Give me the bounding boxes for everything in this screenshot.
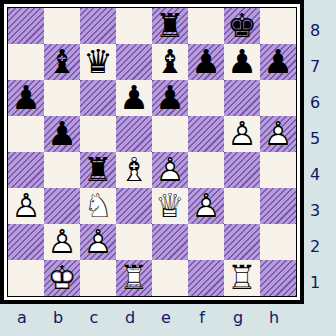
square-d6[interactable]: ♟︎ [116, 80, 152, 116]
white-queen: ♛♕ [152, 188, 188, 224]
square-c1[interactable] [80, 260, 116, 296]
rank-label-8: 8 [302, 12, 328, 48]
black-rook: ♜ [152, 8, 188, 44]
black-king: ♚ [224, 8, 260, 44]
square-g8[interactable]: ♚ [224, 8, 260, 44]
square-b2[interactable]: ♟︎♙ [44, 224, 80, 260]
square-b6[interactable] [44, 80, 80, 116]
rank-label-2: 2 [302, 228, 328, 264]
square-a4[interactable] [8, 152, 44, 188]
square-f4[interactable] [188, 152, 224, 188]
square-e3[interactable]: ♛♕ [152, 188, 188, 224]
rank-coordinates: 87654321 [302, 12, 328, 300]
square-a6[interactable]: ♟︎ [8, 80, 44, 116]
rank-label-5: 5 [302, 120, 328, 156]
square-h4[interactable] [260, 152, 296, 188]
square-e5[interactable] [152, 116, 188, 152]
file-label-a: a [4, 303, 40, 331]
square-h1[interactable] [260, 260, 296, 296]
square-h6[interactable] [260, 80, 296, 116]
square-d7[interactable] [116, 44, 152, 80]
chess-diagram: ♜♚♝♛♝♟︎♟︎♟︎♟︎♟︎♟︎♟︎♟︎♙♟︎♙♜♝♗♟︎♙♟︎♙♞♘♛♕♟︎… [0, 0, 336, 336]
rank-label-6: 6 [302, 84, 328, 120]
square-e1[interactable] [152, 260, 188, 296]
square-a2[interactable] [8, 224, 44, 260]
square-c4[interactable]: ♜ [80, 152, 116, 188]
white-king: ♚♔ [44, 260, 80, 296]
square-c5[interactable] [80, 116, 116, 152]
rank-label-1: 1 [302, 264, 328, 300]
square-b1[interactable]: ♚♔ [44, 260, 80, 296]
black-pawn: ♟︎ [224, 44, 260, 80]
black-pawn: ♟︎ [8, 80, 44, 116]
square-d8[interactable] [116, 8, 152, 44]
white-pawn: ♟︎♙ [44, 224, 80, 260]
square-a3[interactable]: ♟︎♙ [8, 188, 44, 224]
square-b3[interactable] [44, 188, 80, 224]
square-g3[interactable] [224, 188, 260, 224]
rank-label-7: 7 [302, 48, 328, 84]
square-a7[interactable] [8, 44, 44, 80]
black-pawn: ♟︎ [188, 44, 224, 80]
square-g7[interactable]: ♟︎ [224, 44, 260, 80]
square-c3[interactable]: ♞♘ [80, 188, 116, 224]
square-d5[interactable] [116, 116, 152, 152]
square-g1[interactable]: ♜♖ [224, 260, 260, 296]
square-g2[interactable] [224, 224, 260, 260]
black-pawn: ♟︎ [152, 80, 188, 116]
square-g5[interactable]: ♟︎♙ [224, 116, 260, 152]
square-f6[interactable] [188, 80, 224, 116]
file-label-d: d [112, 303, 148, 331]
white-pawn: ♟︎♙ [224, 116, 260, 152]
square-f5[interactable] [188, 116, 224, 152]
white-pawn: ♟︎♙ [260, 116, 296, 152]
square-b5[interactable]: ♟︎ [44, 116, 80, 152]
file-label-e: e [148, 303, 184, 331]
square-f7[interactable]: ♟︎ [188, 44, 224, 80]
square-g4[interactable] [224, 152, 260, 188]
square-c7[interactable]: ♛ [80, 44, 116, 80]
square-d2[interactable] [116, 224, 152, 260]
chess-board: ♜♚♝♛♝♟︎♟︎♟︎♟︎♟︎♟︎♟︎♟︎♙♟︎♙♜♝♗♟︎♙♟︎♙♞♘♛♕♟︎… [8, 8, 296, 296]
square-c2[interactable]: ♟︎♙ [80, 224, 116, 260]
square-f1[interactable] [188, 260, 224, 296]
board-inner-border: ♜♚♝♛♝♟︎♟︎♟︎♟︎♟︎♟︎♟︎♟︎♙♟︎♙♜♝♗♟︎♙♟︎♙♞♘♛♕♟︎… [7, 7, 297, 297]
white-bishop: ♝♗ [116, 152, 152, 188]
square-e4[interactable]: ♟︎♙ [152, 152, 188, 188]
square-b4[interactable] [44, 152, 80, 188]
square-e7[interactable]: ♝ [152, 44, 188, 80]
white-rook: ♜♖ [116, 260, 152, 296]
file-label-c: c [76, 303, 112, 331]
file-label-h: h [256, 303, 292, 331]
black-pawn: ♟︎ [260, 44, 296, 80]
square-f3[interactable]: ♟︎♙ [188, 188, 224, 224]
square-b7[interactable]: ♝ [44, 44, 80, 80]
square-c8[interactable] [80, 8, 116, 44]
square-e8[interactable]: ♜ [152, 8, 188, 44]
square-c6[interactable] [80, 80, 116, 116]
black-bishop: ♝ [44, 44, 80, 80]
black-queen: ♛ [80, 44, 116, 80]
square-b8[interactable] [44, 8, 80, 44]
square-h2[interactable] [260, 224, 296, 260]
white-pawn: ♟︎♙ [188, 188, 224, 224]
square-f2[interactable] [188, 224, 224, 260]
white-knight: ♞♘ [80, 188, 116, 224]
file-label-f: f [184, 303, 220, 331]
square-e6[interactable]: ♟︎ [152, 80, 188, 116]
square-a8[interactable] [8, 8, 44, 44]
square-d4[interactable]: ♝♗ [116, 152, 152, 188]
square-h5[interactable]: ♟︎♙ [260, 116, 296, 152]
white-pawn: ♟︎♙ [8, 188, 44, 224]
white-rook: ♜♖ [224, 260, 260, 296]
white-pawn: ♟︎♙ [80, 224, 116, 260]
square-d1[interactable]: ♜♖ [116, 260, 152, 296]
rank-label-3: 3 [302, 192, 328, 228]
white-pawn: ♟︎♙ [152, 152, 188, 188]
square-d3[interactable] [116, 188, 152, 224]
square-a5[interactable] [8, 116, 44, 152]
square-h7[interactable]: ♟︎ [260, 44, 296, 80]
square-f8[interactable] [188, 8, 224, 44]
square-a1[interactable] [8, 260, 44, 296]
square-h8[interactable] [260, 8, 296, 44]
file-label-b: b [40, 303, 76, 331]
file-coordinates: abcdefgh [4, 303, 292, 331]
black-pawn: ♟︎ [44, 116, 80, 152]
black-pawn: ♟︎ [116, 80, 152, 116]
square-h3[interactable] [260, 188, 296, 224]
square-e2[interactable] [152, 224, 188, 260]
black-bishop: ♝ [152, 44, 188, 80]
black-rook: ♜ [80, 152, 116, 188]
file-label-g: g [220, 303, 256, 331]
board-frame: ♜♚♝♛♝♟︎♟︎♟︎♟︎♟︎♟︎♟︎♟︎♙♟︎♙♜♝♗♟︎♙♟︎♙♞♘♛♕♟︎… [0, 0, 304, 304]
square-g6[interactable] [224, 80, 260, 116]
rank-label-4: 4 [302, 156, 328, 192]
